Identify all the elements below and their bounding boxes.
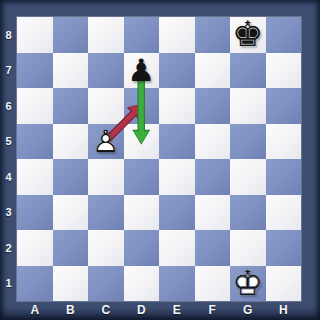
file-label-f: F xyxy=(195,301,231,319)
piece-black-king-g8[interactable]: ♚ xyxy=(230,17,266,53)
rank-label-8: 8 xyxy=(0,17,17,53)
file-label-a: A xyxy=(17,301,53,319)
rank-label-1: 1 xyxy=(0,266,17,302)
piece-black-pawn-d7[interactable]: ♟ xyxy=(124,53,160,89)
rank-label-6: 6 xyxy=(0,88,17,124)
file-label-e: E xyxy=(159,301,195,319)
file-label-c: C xyxy=(88,301,124,319)
white-pawn-glyph: ♙ xyxy=(88,124,124,160)
black-king-glyph: ♚ xyxy=(230,17,266,53)
pieces-layer: ♚♟♟♙♚♔ xyxy=(17,17,301,301)
file-label-d: D xyxy=(124,301,160,319)
rank-label-7: 7 xyxy=(0,53,17,89)
rank-label-5: 5 xyxy=(0,124,17,160)
rank-label-4: 4 xyxy=(0,159,17,195)
chess-diagram: ♚♟♟♙♚♔ 87654321 ABCDEFGH xyxy=(0,0,320,320)
rank-label-2: 2 xyxy=(0,230,17,266)
white-king-glyph: ♔ xyxy=(230,266,266,302)
file-label-h: H xyxy=(266,301,302,319)
piece-white-pawn-c5[interactable]: ♟♙ xyxy=(88,124,124,160)
piece-white-king-g1[interactable]: ♚♔ xyxy=(230,266,266,302)
black-pawn-glyph: ♟ xyxy=(124,53,160,89)
rank-label-3: 3 xyxy=(0,195,17,231)
file-label-b: B xyxy=(53,301,89,319)
file-label-g: G xyxy=(230,301,266,319)
